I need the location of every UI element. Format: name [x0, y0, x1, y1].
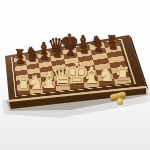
brass-clasp [108, 90, 130, 106]
chess-set-photo: ♜♞♝♛♚♝♞♜♟♟♟♟♟♟♟♟♟♟♟♟♟♟♟♟♜♞♝♛♚♝♞♜ [0, 0, 150, 150]
clasp-knob-icon [117, 98, 123, 105]
